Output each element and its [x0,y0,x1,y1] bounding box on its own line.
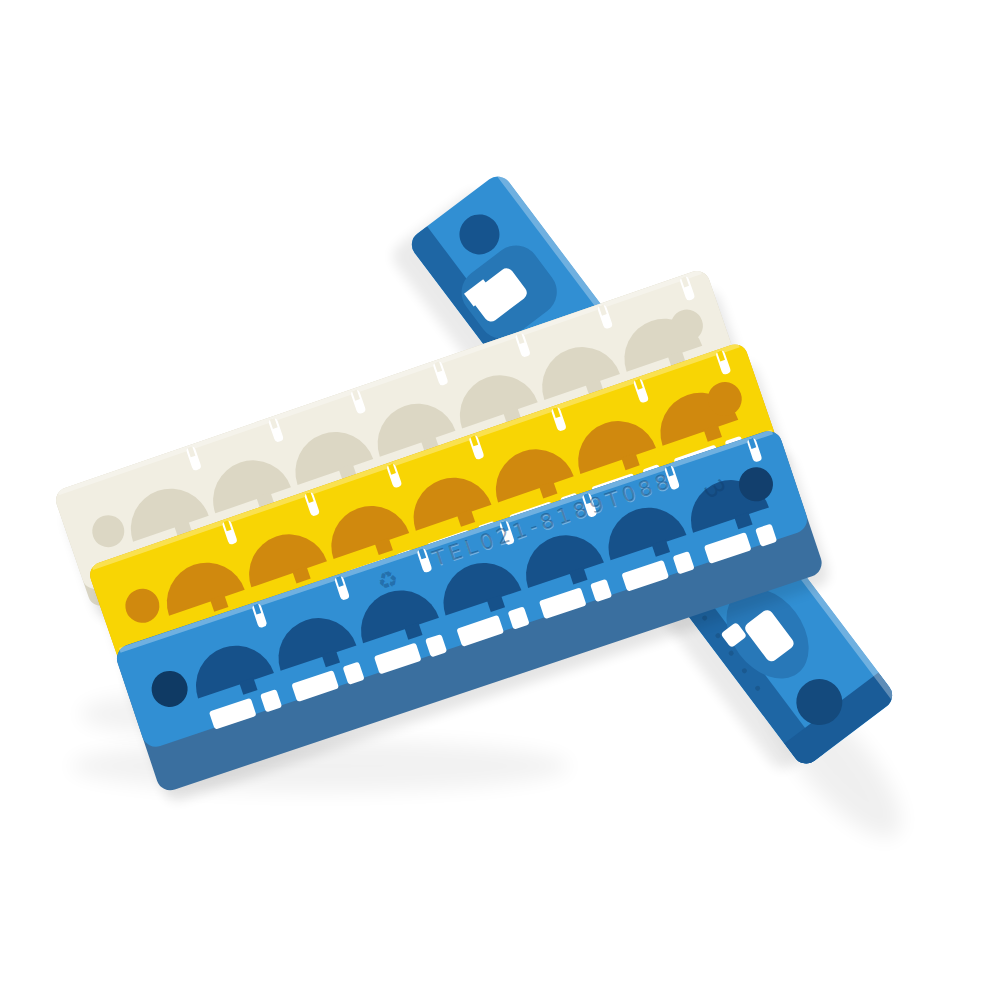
product-photo: TEL021-8189T088 TEL021-8189T088 ♻ 3 [0,0,1000,1000]
terminal-strips-photo: TEL021-8189T088 TEL021-8189T088 ♻ 3 [0,0,1000,1000]
